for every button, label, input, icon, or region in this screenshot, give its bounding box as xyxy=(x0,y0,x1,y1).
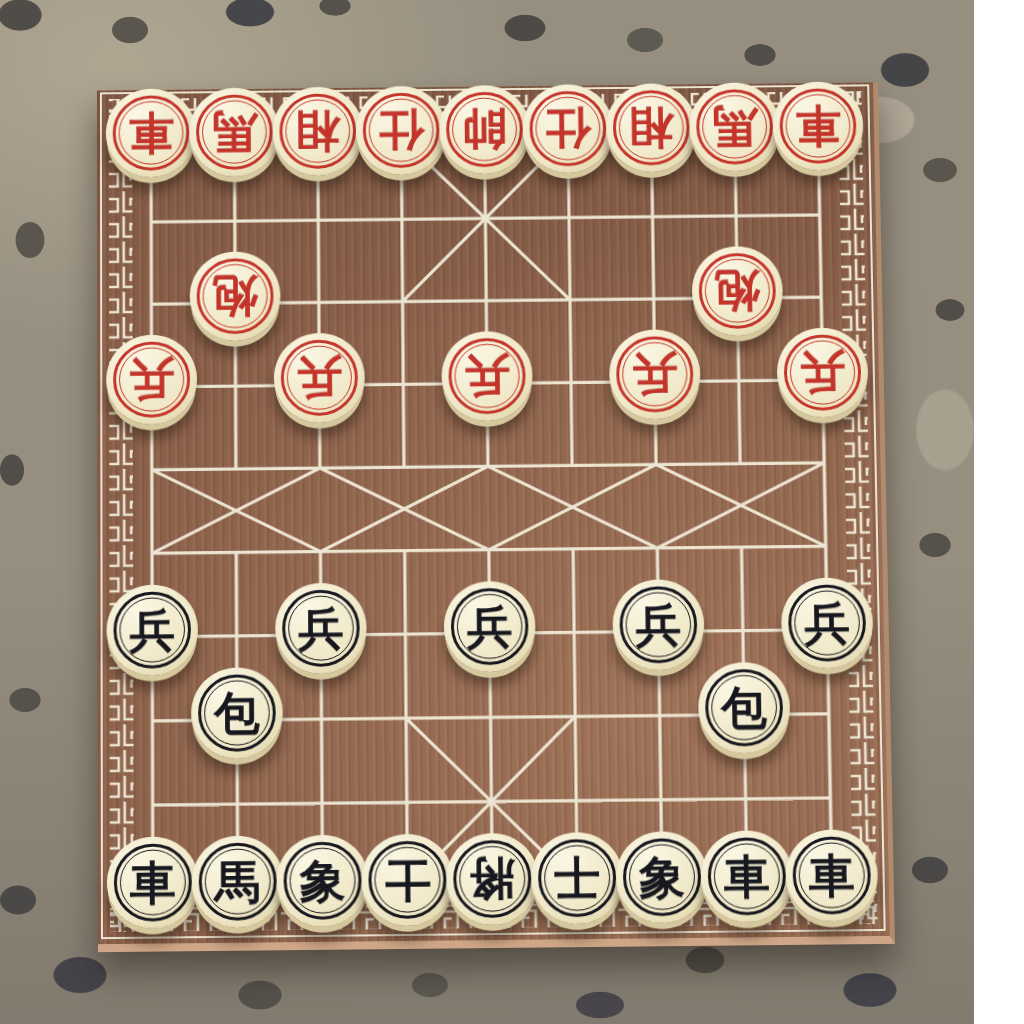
piece-face: 車 xyxy=(106,88,196,177)
piece-face: 馬 xyxy=(689,82,781,171)
piece-face: 兵 xyxy=(612,579,705,670)
piece-red-chariot[interactable]: 車 xyxy=(106,88,196,177)
piece-face: 相 xyxy=(272,86,363,175)
piece-black-soldier[interactable]: 兵 xyxy=(275,582,367,674)
piece-character: 兵 xyxy=(441,331,533,421)
piece-face: 士 xyxy=(361,833,454,926)
piece-black-chariot[interactable]: 車 xyxy=(107,836,199,929)
piece-face: 兵 xyxy=(275,582,367,674)
piece-red-horse[interactable]: 馬 xyxy=(189,87,280,176)
piece-character: 相 xyxy=(606,83,698,172)
piece-face: 象 xyxy=(615,831,708,924)
piece-face: 馬 xyxy=(189,87,280,176)
piece-face: 將 xyxy=(446,833,539,926)
piece-red-horse[interactable]: 馬 xyxy=(689,82,781,171)
piece-character: 車 xyxy=(772,81,864,170)
piece-character: 兵 xyxy=(107,584,199,676)
piece-character: 士 xyxy=(361,833,454,926)
piece-character: 炮 xyxy=(190,251,281,341)
piece-red-soldier[interactable]: 兵 xyxy=(609,329,701,419)
piece-face: 兵 xyxy=(609,329,701,419)
piece-character: 包 xyxy=(191,667,283,759)
piece-character: 仕 xyxy=(356,86,447,175)
piece-character: 兵 xyxy=(444,580,536,671)
piece-face: 兵 xyxy=(781,577,874,668)
piece-face: 兵 xyxy=(776,328,868,418)
piece-red-advisor[interactable]: 仕 xyxy=(356,86,447,175)
piece-red-soldier[interactable]: 兵 xyxy=(106,335,197,425)
piece-character: 包 xyxy=(698,661,791,753)
piece-black-chariot[interactable]: 車 xyxy=(785,829,879,922)
pieces-layer: 車馬相仕帥仕相馬車炮炮兵兵兵兵兵兵兵兵兵兵包包車馬象士將士象車車 xyxy=(97,82,890,944)
piece-character: 車 xyxy=(106,88,196,177)
piece-character: 馬 xyxy=(689,82,781,171)
piece-red-cannon[interactable]: 炮 xyxy=(691,246,783,336)
piece-face: 車 xyxy=(785,829,879,922)
piece-character: 兵 xyxy=(275,582,367,674)
piece-red-advisor[interactable]: 仕 xyxy=(522,84,613,173)
piece-character: 士 xyxy=(531,832,624,925)
piece-red-cannon[interactable]: 炮 xyxy=(190,251,281,341)
piece-red-soldier[interactable]: 兵 xyxy=(776,328,868,418)
piece-character: 相 xyxy=(272,86,363,175)
piece-character: 兵 xyxy=(609,329,701,419)
piece-face: 包 xyxy=(191,667,283,759)
piece-face: 士 xyxy=(531,832,624,925)
piece-black-advisor[interactable]: 士 xyxy=(361,833,454,926)
piece-black-elephant[interactable]: 象 xyxy=(276,834,368,927)
piece-black-soldier[interactable]: 兵 xyxy=(444,580,536,671)
piece-face: 帥 xyxy=(439,85,530,174)
piece-face: 兵 xyxy=(441,331,533,421)
piece-character: 兵 xyxy=(776,328,868,418)
piece-red-soldier[interactable]: 兵 xyxy=(441,331,533,421)
piece-face: 車 xyxy=(107,836,199,929)
piece-black-advisor[interactable]: 士 xyxy=(531,832,624,925)
piece-face: 象 xyxy=(276,834,368,927)
piece-face: 兵 xyxy=(274,333,365,423)
piece-face: 車 xyxy=(772,81,864,170)
piece-character: 馬 xyxy=(189,87,280,176)
piece-black-soldier[interactable]: 兵 xyxy=(107,584,199,676)
piece-face: 炮 xyxy=(691,246,783,336)
piece-character: 車 xyxy=(107,836,199,929)
piece-face: 兵 xyxy=(444,580,536,671)
piece-face: 相 xyxy=(606,83,698,172)
piece-black-cannon[interactable]: 包 xyxy=(191,667,283,759)
piece-face: 炮 xyxy=(190,251,281,341)
piece-character: 兵 xyxy=(274,333,365,423)
piece-character: 馬 xyxy=(192,835,284,928)
piece-black-elephant[interactable]: 象 xyxy=(615,831,708,924)
piece-character: 仕 xyxy=(522,84,613,173)
piece-face: 車 xyxy=(700,830,793,923)
piece-face: 仕 xyxy=(522,84,613,173)
piece-character: 帥 xyxy=(439,85,530,174)
piece-red-general[interactable]: 帥 xyxy=(439,85,530,174)
piece-black-horse[interactable]: 馬 xyxy=(192,835,284,928)
concrete-pavement: 車馬相仕帥仕相馬車炮炮兵兵兵兵兵兵兵兵兵兵包包車馬象士將士象車車 xyxy=(0,0,974,1024)
piece-black-chariot[interactable]: 車 xyxy=(700,830,793,923)
piece-black-general[interactable]: 將 xyxy=(446,833,539,926)
xiangqi-board: 車馬相仕帥仕相馬車炮炮兵兵兵兵兵兵兵兵兵兵包包車馬象士將士象車車 xyxy=(97,82,895,952)
piece-character: 車 xyxy=(700,830,793,923)
piece-face: 仕 xyxy=(356,86,447,175)
piece-face: 兵 xyxy=(107,584,199,676)
piece-character: 象 xyxy=(615,831,708,924)
piece-red-chariot[interactable]: 車 xyxy=(772,81,864,170)
piece-red-elephant[interactable]: 相 xyxy=(606,83,698,172)
piece-black-cannon[interactable]: 包 xyxy=(698,661,791,753)
piece-character: 將 xyxy=(446,833,539,926)
piece-red-elephant[interactable]: 相 xyxy=(272,86,363,175)
piece-face: 馬 xyxy=(192,835,284,928)
piece-black-soldier[interactable]: 兵 xyxy=(781,577,874,668)
piece-character: 象 xyxy=(276,834,368,927)
piece-character: 兵 xyxy=(781,577,874,668)
piece-character: 炮 xyxy=(691,246,783,336)
piece-character: 車 xyxy=(785,829,879,922)
piece-character: 兵 xyxy=(106,335,197,425)
piece-red-soldier[interactable]: 兵 xyxy=(274,333,365,423)
piece-face: 兵 xyxy=(106,335,197,425)
piece-face: 包 xyxy=(698,661,791,753)
piece-black-soldier[interactable]: 兵 xyxy=(612,579,705,670)
piece-character: 兵 xyxy=(612,579,705,670)
